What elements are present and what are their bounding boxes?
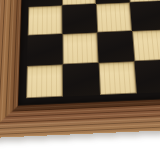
board-square-dark bbox=[130, 1, 160, 31]
board-shadow bbox=[0, 0, 160, 160]
board-square-dark bbox=[63, 63, 100, 97]
photo-background bbox=[0, 0, 160, 160]
board-square-light bbox=[28, 5, 63, 35]
board-square-light bbox=[26, 64, 63, 98]
board-square-light bbox=[96, 2, 132, 32]
board-grid bbox=[26, 0, 160, 98]
board-square-light bbox=[99, 61, 137, 95]
chessboard bbox=[0, 0, 160, 138]
board-square-dark bbox=[27, 34, 63, 66]
board-square-light bbox=[132, 29, 160, 61]
board-square-dark bbox=[134, 60, 160, 94]
board-border bbox=[19, 0, 160, 105]
board-square-light bbox=[62, 32, 98, 64]
board-square-dark bbox=[97, 31, 134, 63]
board-square-dark bbox=[62, 4, 97, 34]
